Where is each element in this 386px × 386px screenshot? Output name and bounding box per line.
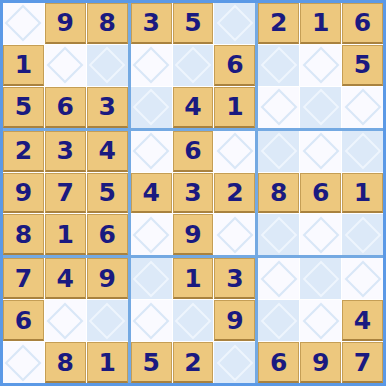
cell-digit: 2 [226,180,243,205]
cell-r8c4[interactable] [131,300,172,341]
cell-digit: 6 [312,180,329,205]
cell-digit: 2 [270,10,287,35]
cell-r1c1[interactable] [3,3,44,44]
cell-digit: 4 [57,266,74,291]
cell-r3c6[interactable]: 1 [214,87,255,128]
diamond-icon [133,302,170,339]
cell-digit: 4 [354,308,371,333]
diamond-icon [216,5,253,42]
cell-r8c3[interactable] [87,300,128,341]
cell-digit: 2 [15,138,32,163]
cell-r9c2[interactable]: 8 [45,342,86,383]
cell-r8c6[interactable]: 9 [214,300,255,341]
diamond-icon [344,216,381,253]
cell-r1c7[interactable]: 2 [258,3,299,44]
cell-digit: 9 [184,222,201,247]
cell-digit: 9 [57,10,74,35]
cell-r4c9[interactable] [342,131,383,172]
diamond-icon [344,89,381,126]
cell-r2c8[interactable] [300,45,341,86]
cell-r9c9[interactable]: 7 [342,342,383,383]
box-1-2: 35641 [131,3,256,128]
cell-digit: 7 [15,266,32,291]
diamond-icon [260,133,297,170]
cell-r1c2[interactable]: 9 [45,3,86,44]
diamond-icon [302,260,339,297]
cell-r5c8[interactable]: 6 [300,173,341,214]
cell-r5c2[interactable]: 7 [45,173,86,214]
cell-r9c3[interactable]: 1 [87,342,128,383]
cell-digit: 3 [142,10,159,35]
cell-r1c6[interactable] [214,3,255,44]
cell-digit: 6 [99,222,116,247]
cell-r3c1[interactable]: 5 [3,87,44,128]
diamond-icon [5,344,42,381]
cell-r8c1[interactable]: 6 [3,300,44,341]
cell-r7c8[interactable] [300,258,341,299]
cell-r2c5[interactable] [173,45,214,86]
cell-digit: 5 [15,94,32,119]
cell-r6c7[interactable] [258,214,299,255]
cell-digit: 7 [57,180,74,205]
cell-r5c1[interactable]: 9 [3,173,44,214]
diamond-icon [89,302,126,339]
cell-digit: 9 [226,308,243,333]
box-3-1: 749681 [3,258,128,383]
cell-r6c3[interactable]: 6 [87,214,128,255]
cell-digit: 1 [312,10,329,35]
box-3-3: 4697 [258,258,383,383]
cell-digit: 1 [99,350,116,375]
diamond-icon [175,302,212,339]
diamond-icon [302,302,339,339]
cell-digit: 6 [354,10,371,35]
cell-r8c5[interactable] [173,300,214,341]
box-1-3: 2165 [258,3,383,128]
cell-r5c6[interactable]: 2 [214,173,255,214]
cell-r4c1[interactable]: 2 [3,131,44,172]
cell-r4c4[interactable] [131,131,172,172]
diamond-icon [47,302,84,339]
diamond-icon [89,47,126,84]
diamond-icon [133,89,170,126]
cell-digit: 6 [270,350,287,375]
cell-r2c4[interactable] [131,45,172,86]
cell-r2c7[interactable] [258,45,299,86]
cell-r6c6[interactable] [214,214,255,255]
diamond-icon [302,47,339,84]
box-2-3: 861 [258,131,383,256]
cell-r3c9[interactable] [342,87,383,128]
cell-digit: 5 [142,350,159,375]
cell-r3c5[interactable]: 4 [173,87,214,128]
cell-r9c1[interactable] [3,342,44,383]
cell-digit: 1 [354,180,371,205]
cell-r3c2[interactable]: 6 [45,87,86,128]
cell-r8c9[interactable]: 4 [342,300,383,341]
cell-r7c3[interactable]: 9 [87,258,128,299]
cell-r5c5[interactable]: 3 [173,173,214,214]
cell-r7c7[interactable] [258,258,299,299]
cell-r4c6[interactable] [214,131,255,172]
cell-r1c3[interactable]: 8 [87,3,128,44]
cell-r6c8[interactable] [300,214,341,255]
cell-r5c9[interactable]: 1 [342,173,383,214]
cell-digit: 1 [184,266,201,291]
cell-digit: 1 [57,222,74,247]
cell-digit: 9 [312,350,329,375]
cell-digit: 1 [226,94,243,119]
cell-r3c7[interactable] [258,87,299,128]
cell-r6c2[interactable]: 1 [45,214,86,255]
diamond-icon [302,216,339,253]
cell-r9c5[interactable]: 2 [173,342,214,383]
diamond-icon [260,89,297,126]
cell-digit: 3 [99,94,116,119]
diamond-icon [260,260,297,297]
diamond-icon [216,216,253,253]
sudoku-board: 9815633564121652349758166432986174968113… [0,0,386,386]
diamond-icon [175,47,212,84]
cell-r4c8[interactable] [300,131,341,172]
diamond-icon [5,5,42,42]
diamond-icon [47,47,84,84]
cell-digit: 5 [354,52,371,77]
cell-r7c5[interactable]: 1 [173,258,214,299]
cell-digit: 8 [270,180,287,205]
cell-digit: 3 [226,266,243,291]
diamond-icon [133,216,170,253]
cell-r1c9[interactable]: 6 [342,3,383,44]
cell-digit: 6 [226,52,243,77]
cell-r3c3[interactable]: 3 [87,87,128,128]
cell-digit: 3 [184,180,201,205]
diamond-icon [260,47,297,84]
diamond-icon [302,133,339,170]
cell-digit: 5 [99,180,116,205]
cell-digit: 9 [99,266,116,291]
box-2-1: 234975816 [3,131,128,256]
cell-r8c7[interactable] [258,300,299,341]
diamond-icon [260,216,297,253]
cell-r4c3[interactable]: 4 [87,131,128,172]
cell-r9c7[interactable]: 6 [258,342,299,383]
diamond-icon [216,133,253,170]
cell-r8c2[interactable] [45,300,86,341]
cell-r9c6[interactable] [214,342,255,383]
diamond-icon [344,260,381,297]
cell-digit: 7 [354,350,371,375]
box-3-2: 13952 [131,258,256,383]
cell-r1c8[interactable]: 1 [300,3,341,44]
cell-digit: 8 [99,10,116,35]
cell-r6c1[interactable]: 8 [3,214,44,255]
cell-r2c1[interactable]: 1 [3,45,44,86]
box-2-2: 64329 [131,131,256,256]
box-1-1: 981563 [3,3,128,128]
cell-r9c8[interactable]: 9 [300,342,341,383]
cell-r7c1[interactable]: 7 [3,258,44,299]
cell-r2c6[interactable]: 6 [214,45,255,86]
cell-r7c9[interactable] [342,258,383,299]
cell-digit: 6 [184,138,201,163]
cell-digit: 2 [184,350,201,375]
cell-r5c7[interactable]: 8 [258,173,299,214]
cell-r2c2[interactable] [45,45,86,86]
cell-r4c2[interactable]: 3 [45,131,86,172]
cell-r6c9[interactable] [342,214,383,255]
cell-digit: 5 [184,10,201,35]
diamond-icon [216,344,253,381]
cell-r2c3[interactable] [87,45,128,86]
cell-r1c5[interactable]: 5 [173,3,214,44]
diamond-icon [302,89,339,126]
cell-r4c5[interactable]: 6 [173,131,214,172]
cell-r9c4[interactable]: 5 [131,342,172,383]
diamond-icon [133,47,170,84]
cell-r6c4[interactable] [131,214,172,255]
cell-digit: 8 [15,222,32,247]
cell-r4c7[interactable] [258,131,299,172]
cell-digit: 6 [57,94,74,119]
cell-r1c4[interactable]: 3 [131,3,172,44]
cell-digit: 9 [15,180,32,205]
cell-r7c6[interactable]: 3 [214,258,255,299]
cell-digit: 4 [142,180,159,205]
diamond-icon [344,133,381,170]
cell-digit: 4 [184,94,201,119]
cell-digit: 3 [57,138,74,163]
diamond-icon [133,133,170,170]
cell-r2c9[interactable]: 5 [342,45,383,86]
cell-r6c5[interactable]: 9 [173,214,214,255]
cell-r3c4[interactable] [131,87,172,128]
cell-digit: 4 [99,138,116,163]
cell-r5c3[interactable]: 5 [87,173,128,214]
cell-r7c4[interactable] [131,258,172,299]
cell-r5c4[interactable]: 4 [131,173,172,214]
cell-r7c2[interactable]: 4 [45,258,86,299]
cell-r8c8[interactable] [300,300,341,341]
cell-digit: 8 [57,350,74,375]
diamond-icon [260,302,297,339]
cell-digit: 1 [15,52,32,77]
cell-digit: 6 [15,308,32,333]
cell-r3c8[interactable] [300,87,341,128]
diamond-icon [133,260,170,297]
